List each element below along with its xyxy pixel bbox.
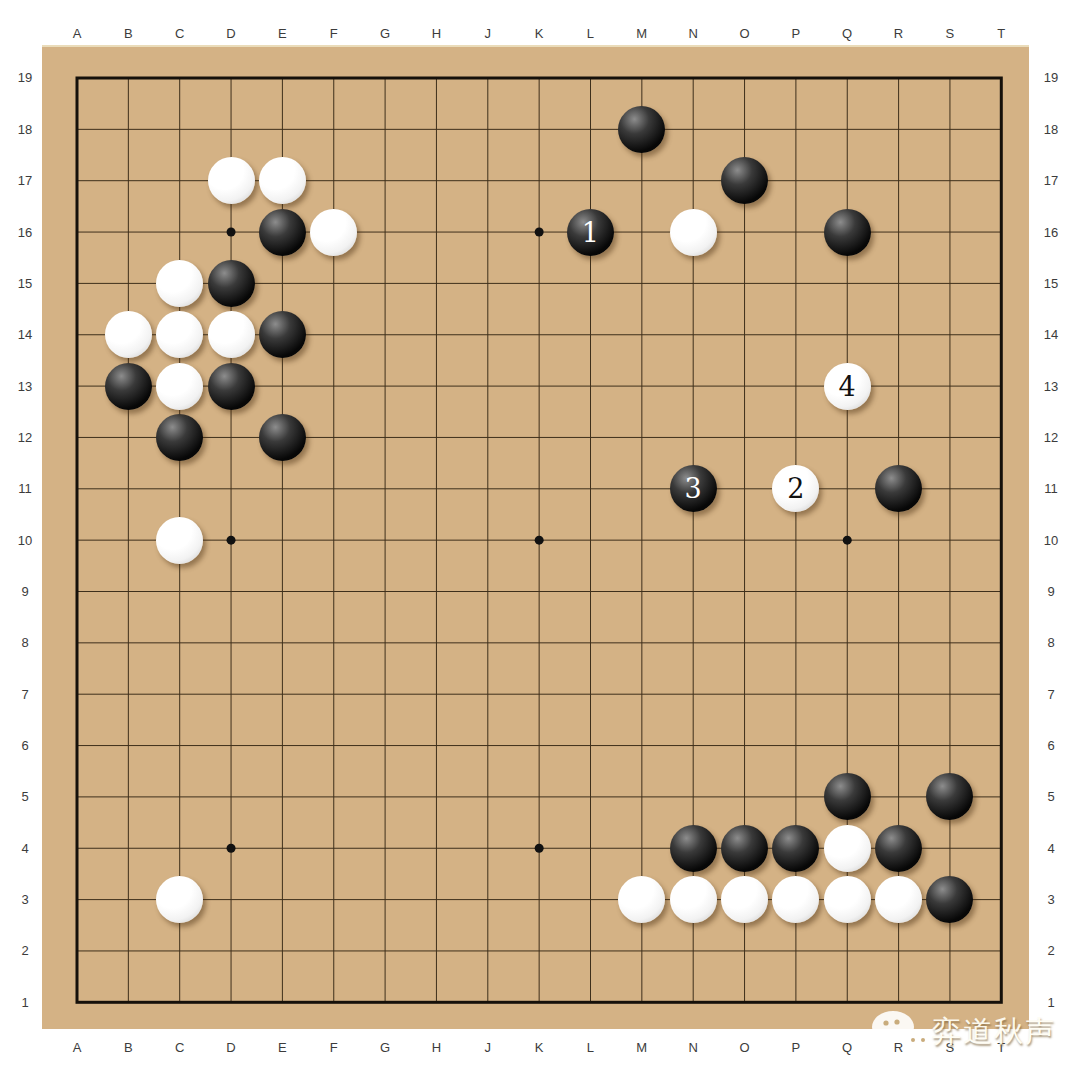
coord-label: 18 [1034,104,1068,155]
coord-label: 6 [8,720,42,771]
black-stone-N4 [670,825,717,872]
coord-label: 16 [8,206,42,257]
coord-label: O [719,20,770,46]
black-stone-C12 [156,414,203,461]
coord-label: D [205,1034,256,1060]
white-stone-P3 [772,876,819,923]
coord-label: A [51,1034,102,1060]
coord-label: 12 [8,412,42,463]
coord-label: N [667,20,718,46]
coord-label: 9 [8,566,42,617]
coord-label: 5 [8,771,42,822]
white-stone-D17 [208,157,255,204]
coord-label: 11 [1034,463,1068,514]
coord-label: E [257,20,308,46]
black-stone-Q16 [824,209,871,256]
coord-label: 8 [1034,617,1068,668]
coord-label: L [565,1034,616,1060]
coord-label: 12 [1034,412,1068,463]
black-stone-R4 [875,825,922,872]
coord-label: 1 [8,976,42,1027]
coord-label: 19 [1034,52,1068,103]
white-stone-Q13: 4 [824,363,871,410]
coord-label: Q [821,1034,872,1060]
coord-label: 19 [8,52,42,103]
black-stone-B13 [105,363,152,410]
coord-label: 7 [1034,668,1068,719]
coord-label: 15 [1034,258,1068,309]
black-stone-Q5 [824,773,871,820]
coord-label: 4 [8,822,42,873]
coord-labels-right: 19181716151413121110987654321 [1034,52,1068,1028]
black-stone-M18 [618,106,665,153]
coord-label: C [154,1034,205,1060]
coord-label: 17 [8,155,42,206]
coord-label: 10 [1034,514,1068,565]
coord-label: 14 [1034,309,1068,360]
coord-label: 6 [1034,720,1068,771]
coord-label: B [103,1034,154,1060]
white-stone-C3 [156,876,203,923]
white-stone-O3 [721,876,768,923]
coord-label: 3 [8,874,42,925]
black-stone-P4 [772,825,819,872]
coord-label: L [565,20,616,46]
coord-label: H [411,20,462,46]
coord-label: 15 [8,258,42,309]
white-stone-N16 [670,209,717,256]
coord-label: G [359,1034,410,1060]
black-stone-S5 [926,773,973,820]
coord-label: Q [821,20,872,46]
coord-label: 2 [1034,925,1068,976]
coord-label: E [257,1034,308,1060]
white-stone-M3 [618,876,665,923]
black-stone-S3 [926,876,973,923]
white-stone-C10 [156,517,203,564]
white-stone-B14 [105,311,152,358]
coord-label: J [462,20,513,46]
coord-label: M [616,1034,667,1060]
coord-label: 17 [1034,155,1068,206]
coord-label: N [667,1034,718,1060]
move-number: 3 [685,475,702,502]
black-stone-N11: 3 [670,465,717,512]
white-stone-C14 [156,311,203,358]
coord-label: K [513,1034,564,1060]
black-stone-D15 [208,260,255,307]
coord-label: T [975,20,1026,46]
coord-label: 7 [8,668,42,719]
black-stone-R11 [875,465,922,512]
coord-label: S [924,20,975,46]
coord-label: J [462,1034,513,1060]
black-stone-E12 [259,414,306,461]
coord-label: H [411,1034,462,1060]
move-number: 1 [582,219,599,246]
white-stone-Q3 [824,876,871,923]
coord-label: A [51,20,102,46]
coord-labels-left: 19181716151413121110987654321 [8,52,42,1028]
coord-label: R [873,20,924,46]
white-stone-N3 [670,876,717,923]
coord-label: 14 [8,309,42,360]
coord-label: D [205,20,256,46]
white-stone-C15 [156,260,203,307]
stones-layer: 1342 [51,52,1027,1028]
coord-label: 8 [8,617,42,668]
coord-label: 9 [1034,566,1068,617]
black-stone-E14 [259,311,306,358]
coord-label: P [770,1034,821,1060]
white-stone-Q4 [824,825,871,872]
white-stone-C13 [156,363,203,410]
coord-label: 3 [1034,874,1068,925]
coord-label: 11 [8,463,42,514]
coord-label: K [513,20,564,46]
coord-labels-top: ABCDEFGHJKLMNOPQRST [51,20,1027,46]
coord-label: 5 [1034,771,1068,822]
coord-label: 2 [8,925,42,976]
go-diagram: ABCDEFGHJKLMNOPQRST ABCDEFGHJKLMNOPQRST … [0,0,1080,1080]
coord-label: F [308,20,359,46]
black-stone-D13 [208,363,255,410]
white-stone-D14 [208,311,255,358]
coord-label: 18 [8,104,42,155]
move-number: 2 [787,475,804,502]
coord-label: O [719,1034,770,1060]
white-stone-R3 [875,876,922,923]
black-stone-O4 [721,825,768,872]
coord-label: G [359,20,410,46]
black-stone-E16 [259,209,306,256]
coord-label: 13 [1034,360,1068,411]
coord-label: F [308,1034,359,1060]
black-stone-L16: 1 [567,209,614,256]
watermark-text: 弈道秋声 [932,1012,1056,1052]
coord-label: M [616,20,667,46]
move-number: 4 [839,373,856,400]
white-stone-P11: 2 [772,465,819,512]
wechat-icon [870,1010,934,1058]
black-stone-O17 [721,157,768,204]
coord-label: 16 [1034,206,1068,257]
coord-label: B [103,20,154,46]
coord-label: 13 [8,360,42,411]
coord-label: C [154,20,205,46]
coord-label: 4 [1034,822,1068,873]
watermark: 弈道秋声 [870,1004,1060,1056]
white-stone-E17 [259,157,306,204]
coord-label: 10 [8,514,42,565]
white-stone-F16 [310,209,357,256]
coord-label: P [770,20,821,46]
